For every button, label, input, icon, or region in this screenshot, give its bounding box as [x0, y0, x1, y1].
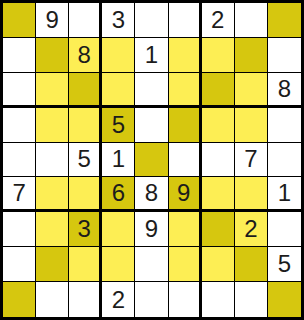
- sudoku-cell-empty[interactable]: [36, 247, 69, 282]
- sudoku-cell-empty[interactable]: [3, 73, 36, 108]
- sudoku-cell-given[interactable]: 3: [102, 3, 135, 38]
- sudoku-cell-empty[interactable]: [169, 247, 202, 282]
- sudoku-cell-empty[interactable]: [135, 143, 168, 178]
- sudoku-cell-given[interactable]: 9: [135, 212, 168, 247]
- sudoku-cell-empty[interactable]: [69, 282, 102, 317]
- sudoku-cell-empty[interactable]: [202, 143, 235, 178]
- sudoku-cell-empty[interactable]: [69, 73, 102, 108]
- sudoku-cell-empty[interactable]: [102, 38, 135, 73]
- sudoku-cell-empty[interactable]: [235, 3, 268, 38]
- sudoku-cell-given[interactable]: 9: [36, 3, 69, 38]
- sudoku-cell-given[interactable]: 6: [102, 177, 135, 212]
- sudoku-cell-empty[interactable]: [202, 38, 235, 73]
- sudoku-cell-given[interactable]: 8: [268, 73, 301, 108]
- sudoku-cell-empty[interactable]: [268, 212, 301, 247]
- sudoku-app: 93281855177689139252: [0, 0, 304, 320]
- sudoku-cell-empty[interactable]: [3, 212, 36, 247]
- sudoku-cell-empty[interactable]: [169, 143, 202, 178]
- sudoku-cell-empty[interactable]: [169, 282, 202, 317]
- sudoku-cell-empty[interactable]: [268, 38, 301, 73]
- sudoku-cell-empty[interactable]: [135, 73, 168, 108]
- sudoku-cell-given[interactable]: 7: [235, 143, 268, 178]
- sudoku-cell-empty[interactable]: [235, 38, 268, 73]
- sudoku-cell-empty[interactable]: [135, 108, 168, 143]
- sudoku-cell-empty[interactable]: [202, 282, 235, 317]
- sudoku-cell-empty[interactable]: [102, 247, 135, 282]
- sudoku-cell-given[interactable]: 5: [69, 143, 102, 178]
- sudoku-cell-empty[interactable]: [69, 177, 102, 212]
- sudoku-cell-given[interactable]: 8: [69, 38, 102, 73]
- sudoku-cell-empty[interactable]: [36, 282, 69, 317]
- sudoku-cell-given[interactable]: 2: [235, 212, 268, 247]
- sudoku-cell-empty[interactable]: [36, 177, 69, 212]
- sudoku-cell-empty[interactable]: [268, 108, 301, 143]
- sudoku-cell-empty[interactable]: [202, 177, 235, 212]
- sudoku-cell-empty[interactable]: [3, 282, 36, 317]
- sudoku-cell-empty[interactable]: [36, 212, 69, 247]
- sudoku-cell-empty[interactable]: [169, 212, 202, 247]
- sudoku-cell-empty[interactable]: [202, 212, 235, 247]
- sudoku-cell-given[interactable]: 2: [202, 3, 235, 38]
- sudoku-cell-empty[interactable]: [102, 73, 135, 108]
- sudoku-board: 93281855177689139252: [0, 0, 304, 320]
- sudoku-cell-given[interactable]: 9: [169, 177, 202, 212]
- sudoku-cell-empty[interactable]: [268, 3, 301, 38]
- sudoku-cell-empty[interactable]: [102, 212, 135, 247]
- sudoku-cell-empty[interactable]: [69, 108, 102, 143]
- sudoku-cell-empty[interactable]: [169, 3, 202, 38]
- sudoku-cell-empty[interactable]: [36, 38, 69, 73]
- sudoku-cell-empty[interactable]: [36, 108, 69, 143]
- sudoku-cell-empty[interactable]: [268, 282, 301, 317]
- sudoku-cell-empty[interactable]: [268, 143, 301, 178]
- sudoku-cell-given[interactable]: 5: [102, 108, 135, 143]
- sudoku-cell-empty[interactable]: [69, 247, 102, 282]
- sudoku-cell-empty[interactable]: [235, 73, 268, 108]
- sudoku-cell-empty[interactable]: [135, 247, 168, 282]
- sudoku-cell-empty[interactable]: [169, 73, 202, 108]
- sudoku-cell-empty[interactable]: [135, 282, 168, 317]
- sudoku-cell-empty[interactable]: [169, 38, 202, 73]
- sudoku-cell-empty[interactable]: [202, 108, 235, 143]
- sudoku-cell-empty[interactable]: [3, 108, 36, 143]
- sudoku-cell-given[interactable]: 7: [3, 177, 36, 212]
- sudoku-cell-empty[interactable]: [3, 247, 36, 282]
- sudoku-cell-given[interactable]: 1: [102, 143, 135, 178]
- sudoku-cell-empty[interactable]: [235, 282, 268, 317]
- sudoku-cell-empty[interactable]: [235, 247, 268, 282]
- sudoku-cell-empty[interactable]: [235, 177, 268, 212]
- sudoku-cell-empty[interactable]: [135, 3, 168, 38]
- sudoku-cell-empty[interactable]: [202, 73, 235, 108]
- sudoku-cell-given[interactable]: 2: [102, 282, 135, 317]
- sudoku-cell-empty[interactable]: [36, 143, 69, 178]
- sudoku-cell-given[interactable]: 3: [69, 212, 102, 247]
- sudoku-cell-empty[interactable]: [3, 3, 36, 38]
- sudoku-cell-empty[interactable]: [169, 108, 202, 143]
- sudoku-cell-empty[interactable]: [36, 73, 69, 108]
- sudoku-cell-given[interactable]: 1: [135, 38, 168, 73]
- sudoku-cell-empty[interactable]: [69, 3, 102, 38]
- sudoku-cell-empty[interactable]: [3, 38, 36, 73]
- sudoku-cell-empty[interactable]: [235, 108, 268, 143]
- sudoku-cell-given[interactable]: 5: [268, 247, 301, 282]
- sudoku-cell-given[interactable]: 1: [268, 177, 301, 212]
- sudoku-cell-empty[interactable]: [3, 143, 36, 178]
- sudoku-cell-given[interactable]: 8: [135, 177, 168, 212]
- sudoku-cell-empty[interactable]: [202, 247, 235, 282]
